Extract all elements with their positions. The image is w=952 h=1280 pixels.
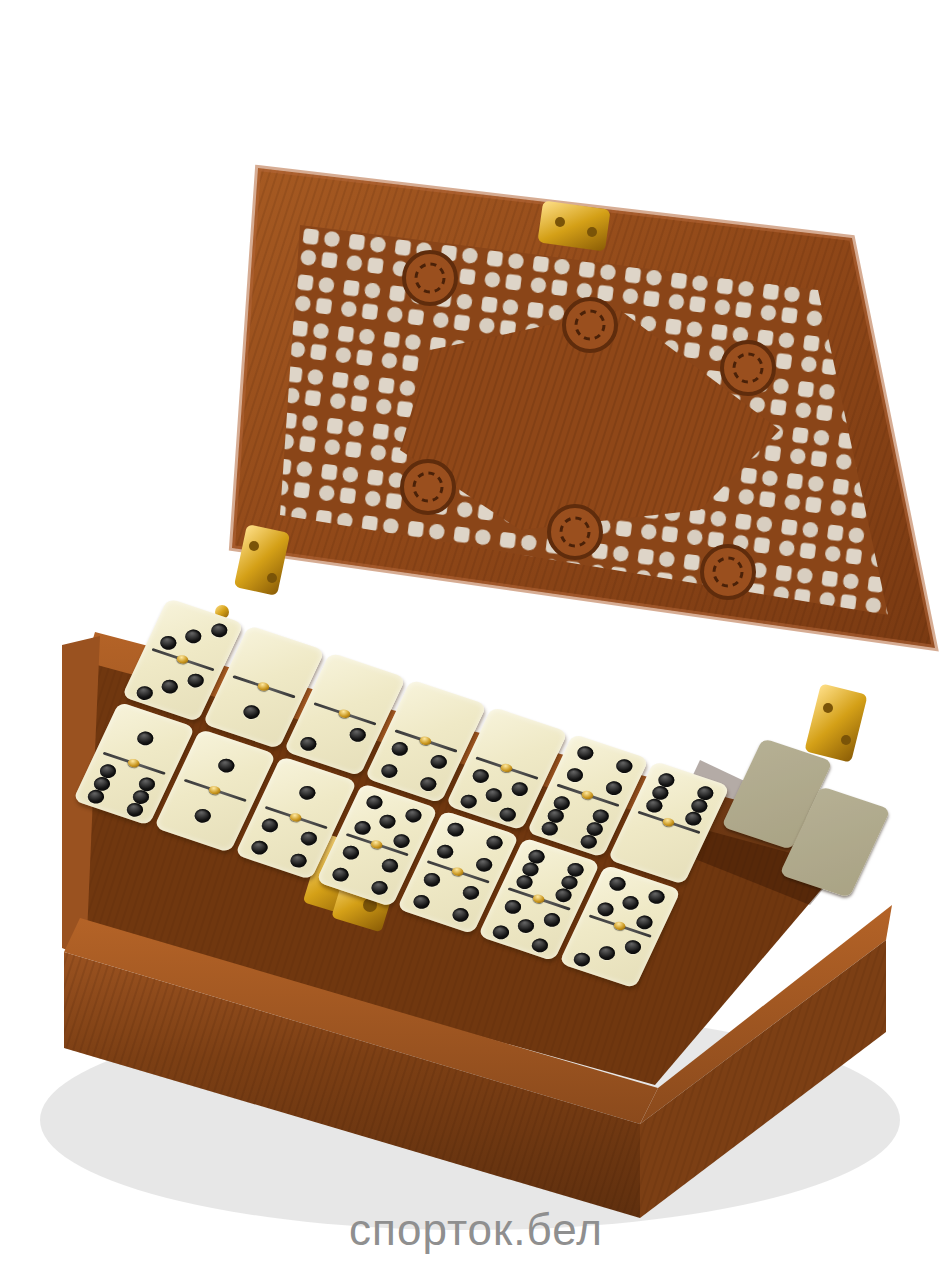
hinge-right bbox=[804, 683, 868, 763]
watermark-text: спорток.бел bbox=[0, 1205, 952, 1255]
lid bbox=[232, 168, 935, 648]
wooden-case-graphic bbox=[0, 0, 952, 1280]
domino-case-scene: спорток.бел bbox=[0, 0, 952, 1280]
